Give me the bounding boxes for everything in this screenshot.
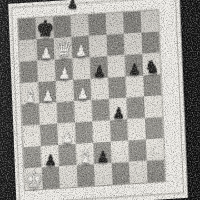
square-c5 [56,80,74,102]
square-g5 [126,75,144,97]
square-g3 [127,118,145,140]
square-f7 [106,34,124,56]
square-f4 [109,98,127,120]
square-e3 [92,120,110,142]
board-paper: ··﹒···﹒·· ﹒ ﹒ ﹒ ﹒ ♚♞♟♟♟♟♟♚♛♝♝♟♟♟♟♟♟ ♟ [8,0,188,200]
square-a5 [21,82,39,104]
square-h4 [144,96,162,118]
square-d3 [75,121,93,143]
square-b1 [42,166,60,188]
square-b2 [41,145,59,167]
square-f8 [106,12,124,34]
square-b8 [36,17,54,39]
square-d7 [71,36,89,58]
square-f6 [107,55,125,77]
square-d5 [73,79,91,101]
square-b5 [38,81,56,103]
square-a7 [19,39,37,61]
square-e6 [90,56,108,78]
square-h8 [141,10,159,32]
square-e7 [89,35,107,57]
square-c7 [54,37,72,59]
square-e1 [94,163,112,185]
square-h5 [143,74,161,96]
square-c6 [55,58,73,80]
square-c8 [53,16,71,38]
square-g8 [123,11,141,33]
square-g1 [129,161,147,183]
square-g7 [124,33,142,55]
square-c1 [59,165,77,187]
square-c3 [57,123,75,145]
square-b4 [39,102,57,124]
square-f3 [110,119,128,141]
square-d4 [74,100,92,122]
square-d2 [76,143,94,165]
square-d1 [77,164,95,186]
square-f5 [108,76,126,98]
square-g6 [125,54,143,76]
square-d6 [72,57,90,79]
captured-black-pawn: ♟ [64,0,82,10]
square-b7 [36,38,54,60]
square-d8 [71,15,89,37]
square-e8 [88,13,106,35]
square-b6 [37,60,55,82]
square-h6 [142,53,160,75]
board-photo: ··﹒···﹒·· ﹒ ﹒ ﹒ ﹒ ♚♞♟♟♟♟♟♚♛♝♝♟♟♟♟♟♟ ♟ [0,0,200,200]
square-g2 [128,139,146,161]
square-h7 [141,31,159,53]
square-a3 [22,125,40,147]
square-f1 [112,162,130,184]
square-h1 [147,160,165,182]
square-c4 [57,101,75,123]
square-e5 [91,78,109,100]
square-c2 [58,144,76,166]
square-h3 [145,117,163,139]
square-h2 [146,138,164,160]
square-a8 [18,18,36,40]
square-g4 [127,97,145,119]
print-marks-bottom: ﹒ ﹒ ﹒ ﹒ [42,195,99,200]
square-b3 [40,124,58,146]
square-a6 [20,61,38,83]
square-a1 [24,168,42,190]
square-f2 [111,141,129,163]
square-e2 [93,142,111,164]
square-a4 [22,103,40,125]
square-e4 [92,99,110,121]
chess-board: ♚♞♟♟♟♟♟♚♛♝♝♟♟♟♟♟♟ [18,10,165,190]
square-a2 [23,146,41,168]
